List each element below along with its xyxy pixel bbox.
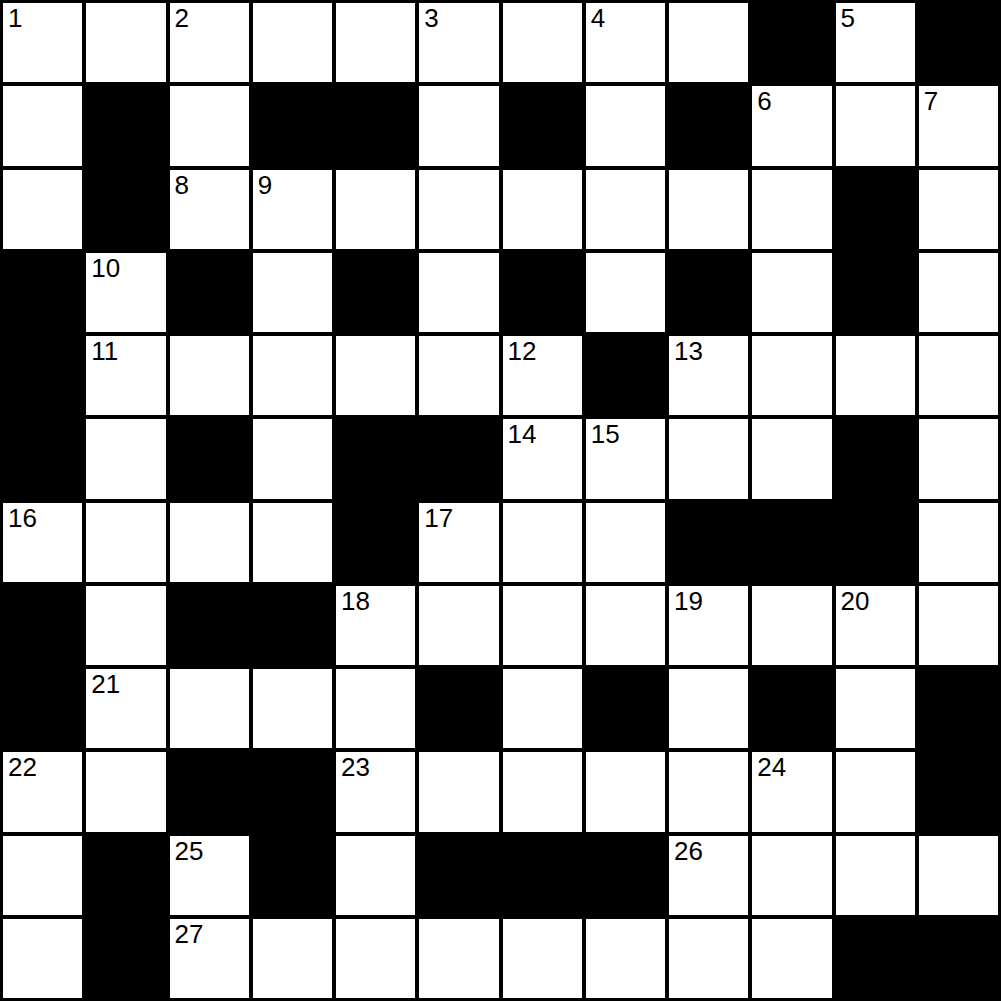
cell-r0c0[interactable]: 1 [3, 3, 82, 82]
clue-number-10: 10 [91, 255, 120, 282]
clue-number-3: 3 [424, 5, 438, 32]
cell-r4c1[interactable]: 11 [86, 336, 165, 415]
cell-r4c10[interactable] [836, 336, 915, 415]
cell-r4c6[interactable]: 12 [503, 336, 582, 415]
cell-r3c1[interactable]: 10 [86, 253, 165, 332]
black-cell-r3c4 [336, 253, 415, 332]
cell-r5c3[interactable] [253, 419, 332, 498]
cell-r7c5[interactable] [419, 586, 498, 665]
black-cell-r0c9 [752, 3, 831, 82]
cell-r0c8[interactable] [669, 3, 748, 82]
cell-r2c11[interactable] [919, 170, 998, 249]
black-cell-r10c7 [586, 836, 665, 915]
cell-r9c4[interactable]: 23 [336, 752, 415, 831]
cell-r8c2[interactable] [170, 669, 249, 748]
cell-r9c9[interactable]: 24 [752, 752, 831, 831]
black-cell-r5c4 [336, 419, 415, 498]
cell-r6c11[interactable] [919, 503, 998, 582]
clue-number-19: 19 [674, 588, 703, 615]
cell-r1c7[interactable] [586, 86, 665, 165]
cell-r0c4[interactable] [336, 3, 415, 82]
cell-r4c5[interactable] [419, 336, 498, 415]
cell-r8c10[interactable] [836, 669, 915, 748]
cell-r8c3[interactable] [253, 669, 332, 748]
black-cell-r7c0 [3, 586, 82, 665]
cell-r9c5[interactable] [419, 752, 498, 831]
black-cell-r5c0 [3, 419, 82, 498]
cell-r6c5[interactable]: 17 [419, 503, 498, 582]
cell-r7c8[interactable]: 19 [669, 586, 748, 665]
clue-number-7: 7 [924, 88, 938, 115]
cell-r5c11[interactable] [919, 419, 998, 498]
black-cell-r6c10 [836, 503, 915, 582]
black-cell-r3c2 [170, 253, 249, 332]
cell-r0c1[interactable] [86, 3, 165, 82]
cell-r11c3[interactable] [253, 919, 332, 998]
black-cell-r9c2 [170, 752, 249, 831]
cell-r0c5[interactable]: 3 [419, 3, 498, 82]
black-cell-r4c0 [3, 336, 82, 415]
cell-r5c6[interactable]: 14 [503, 419, 582, 498]
clue-number-26: 26 [674, 838, 703, 865]
crossword-board: 1234567891011121314151617181920212223242… [0, 0, 1001, 1001]
black-cell-r11c1 [86, 919, 165, 998]
clue-number-2: 2 [175, 5, 189, 32]
black-cell-r4c7 [586, 336, 665, 415]
clue-number-6: 6 [757, 88, 771, 115]
cell-r3c3[interactable] [253, 253, 332, 332]
cell-r7c9[interactable] [752, 586, 831, 665]
cell-r2c9[interactable] [752, 170, 831, 249]
cell-r2c3[interactable]: 9 [253, 170, 332, 249]
black-cell-r3c0 [3, 253, 82, 332]
cell-r4c9[interactable] [752, 336, 831, 415]
cell-r10c10[interactable] [836, 836, 915, 915]
cell-r11c8[interactable] [669, 919, 748, 998]
cell-r11c6[interactable] [503, 919, 582, 998]
cell-r9c7[interactable] [586, 752, 665, 831]
cell-r8c4[interactable] [336, 669, 415, 748]
cell-r11c4[interactable] [336, 919, 415, 998]
clue-number-5: 5 [841, 5, 855, 32]
black-cell-r9c11 [919, 752, 998, 831]
black-cell-r3c6 [503, 253, 582, 332]
cell-r6c2[interactable] [170, 503, 249, 582]
cell-r0c10[interactable]: 5 [836, 3, 915, 82]
clue-number-18: 18 [341, 588, 370, 615]
cell-r4c8[interactable]: 13 [669, 336, 748, 415]
black-cell-r7c3 [253, 586, 332, 665]
cell-r1c9[interactable]: 6 [752, 86, 831, 165]
clue-number-1: 1 [8, 5, 22, 32]
cell-r10c0[interactable] [3, 836, 82, 915]
cell-r10c11[interactable] [919, 836, 998, 915]
cell-r2c8[interactable] [669, 170, 748, 249]
cell-r6c7[interactable] [586, 503, 665, 582]
cell-r1c2[interactable] [170, 86, 249, 165]
cell-r4c2[interactable] [170, 336, 249, 415]
cell-r4c4[interactable] [336, 336, 415, 415]
black-cell-r6c4 [336, 503, 415, 582]
cell-r10c9[interactable] [752, 836, 831, 915]
cell-r9c10[interactable] [836, 752, 915, 831]
clue-number-13: 13 [674, 338, 703, 365]
black-cell-r11c11 [919, 919, 998, 998]
cell-r7c7[interactable] [586, 586, 665, 665]
black-cell-r6c8 [669, 503, 748, 582]
cell-r3c5[interactable] [419, 253, 498, 332]
cell-r6c1[interactable] [86, 503, 165, 582]
black-cell-r1c3 [253, 86, 332, 165]
cell-r2c0[interactable] [3, 170, 82, 249]
clue-number-27: 27 [175, 921, 204, 948]
cell-r7c1[interactable] [86, 586, 165, 665]
cell-r2c6[interactable] [503, 170, 582, 249]
clue-number-23: 23 [341, 754, 370, 781]
clue-number-14: 14 [508, 421, 537, 448]
cell-r1c0[interactable] [3, 86, 82, 165]
black-cell-r3c8 [669, 253, 748, 332]
black-cell-r11c10 [836, 919, 915, 998]
black-cell-r8c11 [919, 669, 998, 748]
cell-r11c5[interactable] [419, 919, 498, 998]
clue-number-17: 17 [424, 505, 453, 532]
black-cell-r10c6 [503, 836, 582, 915]
cell-r8c8[interactable] [669, 669, 748, 748]
cell-r4c11[interactable] [919, 336, 998, 415]
cell-r2c4[interactable] [336, 170, 415, 249]
cell-r7c4[interactable]: 18 [336, 586, 415, 665]
cell-r7c6[interactable] [503, 586, 582, 665]
black-cell-r10c1 [86, 836, 165, 915]
black-cell-r5c10 [836, 419, 915, 498]
cell-r1c5[interactable] [419, 86, 498, 165]
black-cell-r5c2 [170, 419, 249, 498]
black-cell-r2c1 [86, 170, 165, 249]
clue-number-11: 11 [91, 338, 118, 365]
black-cell-r6c9 [752, 503, 831, 582]
clue-number-25: 25 [175, 838, 204, 865]
cell-r9c8[interactable] [669, 752, 748, 831]
cell-r9c6[interactable] [503, 752, 582, 831]
cell-r2c2[interactable]: 8 [170, 170, 249, 249]
cell-r1c11[interactable]: 7 [919, 86, 998, 165]
cell-r3c9[interactable] [752, 253, 831, 332]
cell-r8c1[interactable]: 21 [86, 669, 165, 748]
clue-number-15: 15 [591, 421, 620, 448]
cell-r8c6[interactable] [503, 669, 582, 748]
cell-r3c7[interactable] [586, 253, 665, 332]
cell-r0c2[interactable]: 2 [170, 3, 249, 82]
black-cell-r1c8 [669, 86, 748, 165]
cell-r1c10[interactable] [836, 86, 915, 165]
cell-r7c11[interactable] [919, 586, 998, 665]
clue-number-4: 4 [591, 5, 605, 32]
clue-number-16: 16 [8, 505, 37, 532]
black-cell-r8c9 [752, 669, 831, 748]
black-cell-r7c2 [170, 586, 249, 665]
cell-r11c7[interactable] [586, 919, 665, 998]
black-cell-r0c11 [919, 3, 998, 82]
cell-r9c0[interactable]: 22 [3, 752, 82, 831]
cell-r0c7[interactable]: 4 [586, 3, 665, 82]
cell-r3c11[interactable] [919, 253, 998, 332]
black-cell-r2c10 [836, 170, 915, 249]
black-cell-r9c3 [253, 752, 332, 831]
clue-number-20: 20 [841, 588, 870, 615]
black-cell-r1c4 [336, 86, 415, 165]
cell-r11c0[interactable] [3, 919, 82, 998]
cell-r6c3[interactable] [253, 503, 332, 582]
cell-r6c0[interactable]: 16 [3, 503, 82, 582]
clue-number-9: 9 [258, 172, 272, 199]
clue-number-12: 12 [508, 338, 537, 365]
cell-r10c2[interactable]: 25 [170, 836, 249, 915]
cell-r11c9[interactable] [752, 919, 831, 998]
cell-r5c9[interactable] [752, 419, 831, 498]
cell-r4c3[interactable] [253, 336, 332, 415]
clue-number-8: 8 [175, 172, 189, 199]
cell-r11c2[interactable]: 27 [170, 919, 249, 998]
black-cell-r3c10 [836, 253, 915, 332]
cell-r5c1[interactable] [86, 419, 165, 498]
cell-r2c7[interactable] [586, 170, 665, 249]
cell-r10c4[interactable] [336, 836, 415, 915]
cell-r5c7[interactable]: 15 [586, 419, 665, 498]
cell-r9c1[interactable] [86, 752, 165, 831]
black-cell-r8c7 [586, 669, 665, 748]
cell-r2c5[interactable] [419, 170, 498, 249]
clue-number-21: 21 [91, 671, 120, 698]
cell-r10c8[interactable]: 26 [669, 836, 748, 915]
black-cell-r1c6 [503, 86, 582, 165]
cell-r6c6[interactable] [503, 503, 582, 582]
clue-number-24: 24 [757, 754, 786, 781]
cell-r7c10[interactable]: 20 [836, 586, 915, 665]
black-cell-r8c0 [3, 669, 82, 748]
cell-r5c8[interactable] [669, 419, 748, 498]
cell-r0c3[interactable] [253, 3, 332, 82]
clue-number-22: 22 [8, 754, 37, 781]
black-cell-r10c5 [419, 836, 498, 915]
black-cell-r5c5 [419, 419, 498, 498]
black-cell-r1c1 [86, 86, 165, 165]
black-cell-r10c3 [253, 836, 332, 915]
black-cell-r8c5 [419, 669, 498, 748]
cell-r0c6[interactable] [503, 3, 582, 82]
